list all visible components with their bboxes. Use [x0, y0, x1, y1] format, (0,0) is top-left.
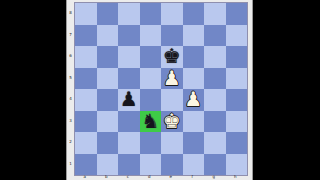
- piece-black-pawn[interactable]: ♟: [120, 89, 138, 111]
- square-h3[interactable]: [226, 111, 248, 133]
- piece-black-king[interactable]: ♚: [163, 46, 181, 68]
- piece-black-knight[interactable]: ♞: [141, 111, 159, 133]
- rank-label-6: 6: [67, 54, 74, 58]
- square-a5[interactable]: [75, 68, 97, 90]
- square-h6[interactable]: [226, 46, 248, 68]
- square-c1[interactable]: [118, 154, 140, 176]
- square-c6[interactable]: [118, 46, 140, 68]
- rank-label-1: 1: [67, 162, 74, 166]
- rank-label-4: 4: [67, 97, 74, 101]
- file-label-e: e: [160, 175, 182, 179]
- square-f6[interactable]: [183, 46, 205, 68]
- file-label-h: h: [225, 175, 247, 179]
- file-label-a: a: [74, 175, 96, 179]
- square-f4[interactable]: ♟: [183, 89, 205, 111]
- square-b8[interactable]: [97, 3, 119, 25]
- square-h8[interactable]: [226, 3, 248, 25]
- square-a8[interactable]: [75, 3, 97, 25]
- square-d3[interactable]: ♞: [140, 111, 162, 133]
- square-e4[interactable]: [161, 89, 183, 111]
- square-h2[interactable]: [226, 132, 248, 154]
- square-f1[interactable]: [183, 154, 205, 176]
- square-a6[interactable]: [75, 46, 97, 68]
- square-e5[interactable]: ♟: [161, 68, 183, 90]
- square-b5[interactable]: [97, 68, 119, 90]
- piece-white-pawn[interactable]: ♟: [184, 89, 202, 111]
- file-label-c: c: [117, 175, 139, 179]
- square-g2[interactable]: [204, 132, 226, 154]
- square-c3[interactable]: [118, 111, 140, 133]
- square-g4[interactable]: [204, 89, 226, 111]
- rank-label-7: 7: [67, 33, 74, 37]
- square-d2[interactable]: [140, 132, 162, 154]
- square-c5[interactable]: [118, 68, 140, 90]
- square-h1[interactable]: [226, 154, 248, 176]
- square-d7[interactable]: [140, 25, 162, 47]
- board-grid: ♚♟♟♟♞♚: [74, 2, 248, 176]
- file-label-f: f: [182, 175, 204, 179]
- square-d1[interactable]: [140, 154, 162, 176]
- file-labels: abcdefgh: [74, 174, 246, 180]
- square-d5[interactable]: [140, 68, 162, 90]
- square-b3[interactable]: [97, 111, 119, 133]
- square-c4[interactable]: ♟: [118, 89, 140, 111]
- square-b6[interactable]: [97, 46, 119, 68]
- square-c7[interactable]: [118, 25, 140, 47]
- square-h4[interactable]: [226, 89, 248, 111]
- file-label-d: d: [139, 175, 161, 179]
- square-a7[interactable]: [75, 25, 97, 47]
- square-b1[interactable]: [97, 154, 119, 176]
- piece-white-pawn[interactable]: ♟: [163, 68, 181, 90]
- chess-board: 87654321 ♚♟♟♟♞♚ abcdefgh: [66, 0, 253, 180]
- square-a1[interactable]: [75, 154, 97, 176]
- piece-white-king[interactable]: ♚: [163, 111, 181, 133]
- square-g3[interactable]: [204, 111, 226, 133]
- square-b2[interactable]: [97, 132, 119, 154]
- file-label-b: b: [96, 175, 118, 179]
- square-g5[interactable]: [204, 68, 226, 90]
- square-e2[interactable]: [161, 132, 183, 154]
- square-f3[interactable]: [183, 111, 205, 133]
- square-f5[interactable]: [183, 68, 205, 90]
- square-e1[interactable]: [161, 154, 183, 176]
- square-h5[interactable]: [226, 68, 248, 90]
- square-e8[interactable]: [161, 3, 183, 25]
- square-g6[interactable]: [204, 46, 226, 68]
- square-a2[interactable]: [75, 132, 97, 154]
- square-f8[interactable]: [183, 3, 205, 25]
- rank-label-8: 8: [67, 11, 74, 15]
- square-g7[interactable]: [204, 25, 226, 47]
- square-e7[interactable]: [161, 25, 183, 47]
- square-d6[interactable]: [140, 46, 162, 68]
- square-c2[interactable]: [118, 132, 140, 154]
- square-d8[interactable]: [140, 3, 162, 25]
- screenshot-stage: 87654321 ♚♟♟♟♞♚ abcdefgh: [0, 0, 320, 180]
- square-f2[interactable]: [183, 132, 205, 154]
- square-d4[interactable]: [140, 89, 162, 111]
- rank-label-3: 3: [67, 119, 74, 123]
- square-c8[interactable]: [118, 3, 140, 25]
- square-e3[interactable]: ♚: [161, 111, 183, 133]
- rank-labels: 87654321: [67, 2, 74, 174]
- square-f7[interactable]: [183, 25, 205, 47]
- square-h7[interactable]: [226, 25, 248, 47]
- square-g1[interactable]: [204, 154, 226, 176]
- file-label-g: g: [203, 175, 225, 179]
- rank-label-2: 2: [67, 140, 74, 144]
- square-a4[interactable]: [75, 89, 97, 111]
- square-g8[interactable]: [204, 3, 226, 25]
- square-b7[interactable]: [97, 25, 119, 47]
- square-b4[interactable]: [97, 89, 119, 111]
- square-e6[interactable]: ♚: [161, 46, 183, 68]
- square-a3[interactable]: [75, 111, 97, 133]
- rank-label-5: 5: [67, 76, 74, 80]
